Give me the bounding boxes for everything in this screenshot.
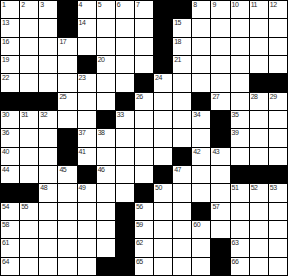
grid-cell[interactable]	[116, 184, 134, 201]
grid-cell[interactable]	[39, 258, 57, 275]
clue-number: 48	[40, 184, 47, 192]
clue-number: 61	[2, 239, 9, 247]
grid-cell[interactable]	[173, 129, 191, 146]
grid-cell[interactable]	[135, 19, 153, 36]
grid-cell[interactable]: 25	[58, 93, 76, 110]
clue-number: 26	[136, 93, 143, 101]
black-cell	[154, 1, 172, 18]
black-cell	[211, 129, 229, 146]
black-cell	[78, 56, 96, 73]
grid-cell[interactable]: 65	[135, 258, 153, 275]
grid-cell[interactable]	[269, 221, 287, 238]
grid-cell[interactable]	[173, 258, 191, 275]
clue-number: 47	[174, 166, 181, 174]
black-cell	[116, 93, 134, 110]
grid-cell[interactable]: 24	[154, 74, 172, 91]
clue-number: 19	[2, 56, 9, 64]
clue-number: 33	[117, 111, 124, 119]
grid-cell[interactable]: 53	[269, 184, 287, 201]
grid-cell[interactable]	[20, 166, 38, 183]
grid-cell[interactable]: 34	[192, 111, 210, 128]
grid-cell[interactable]	[192, 56, 210, 73]
black-cell	[211, 258, 229, 275]
clue-number: 46	[98, 166, 105, 174]
clue-number: 7	[136, 1, 139, 9]
grid-cell[interactable]	[154, 239, 172, 256]
grid-cell[interactable]	[20, 148, 38, 165]
grid-cell[interactable]	[116, 166, 134, 183]
clue-number: 32	[40, 111, 47, 119]
grid-cell[interactable]: 5	[97, 1, 115, 18]
clue-number: 39	[232, 129, 239, 137]
clue-number: 58	[2, 221, 9, 229]
grid-cell[interactable]	[231, 203, 249, 220]
grid-cell[interactable]	[231, 74, 249, 91]
grid-cell[interactable]	[97, 74, 115, 91]
grid-cell[interactable]: 43	[211, 148, 229, 165]
clue-number: 29	[270, 93, 277, 101]
grid-cell[interactable]: 10	[231, 1, 249, 18]
grid-cell[interactable]	[116, 148, 134, 165]
grid-cell[interactable]	[173, 93, 191, 110]
grid-cell[interactable]	[78, 111, 96, 128]
clue-number: 53	[270, 184, 277, 192]
grid-cell[interactable]	[250, 129, 268, 146]
grid-cell[interactable]: 40	[1, 148, 19, 165]
black-cell	[211, 239, 229, 256]
black-cell	[20, 184, 38, 201]
clue-number: 14	[79, 19, 86, 27]
grid-cell[interactable]	[135, 111, 153, 128]
clue-number: 34	[193, 111, 200, 119]
grid-cell[interactable]: 62	[135, 239, 153, 256]
grid-cell[interactable]	[192, 239, 210, 256]
black-cell	[58, 19, 76, 36]
grid-cell[interactable]	[154, 221, 172, 238]
grid-cell[interactable]	[250, 203, 268, 220]
clue-number: 20	[98, 56, 105, 64]
grid-cell[interactable]	[97, 203, 115, 220]
grid-cell[interactable]	[231, 93, 249, 110]
grid-cell[interactable]	[116, 19, 134, 36]
grid-cell[interactable]	[211, 56, 229, 73]
grid-cell[interactable]	[58, 56, 76, 73]
crossword-puzzle: 1234567891011121314151617181920212223242…	[0, 0, 288, 276]
black-cell	[135, 184, 153, 201]
grid-cell[interactable]	[192, 38, 210, 55]
grid-cell[interactable]: 35	[231, 111, 249, 128]
grid-cell[interactable]	[135, 38, 153, 55]
clue-number: 45	[59, 166, 66, 174]
grid-cell[interactable]	[211, 38, 229, 55]
clue-number: 24	[155, 74, 162, 82]
grid-cell[interactable]: 37	[78, 129, 96, 146]
black-cell	[173, 1, 191, 18]
grid-cell[interactable]	[192, 74, 210, 91]
grid-cell[interactable]: 54	[1, 203, 19, 220]
grid-cell[interactable]	[58, 239, 76, 256]
grid-cell[interactable]	[231, 56, 249, 73]
grid-cell[interactable]	[250, 148, 268, 165]
black-cell	[231, 166, 249, 183]
grid-cell[interactable]	[116, 74, 134, 91]
grid-cell[interactable]: 22	[1, 74, 19, 91]
grid-cell[interactable]	[39, 203, 57, 220]
grid-cell[interactable]	[231, 38, 249, 55]
clue-number: 50	[155, 184, 162, 192]
black-cell	[154, 56, 172, 73]
clue-number: 57	[212, 203, 219, 211]
black-cell	[116, 258, 134, 275]
black-cell	[135, 74, 153, 91]
grid-cell[interactable]	[135, 56, 153, 73]
grid-cell[interactable]: 48	[39, 184, 57, 201]
grid-cell[interactable]	[173, 221, 191, 238]
grid-cell[interactable]	[78, 221, 96, 238]
clue-number: 11	[251, 1, 257, 9]
black-cell	[58, 148, 76, 165]
grid-cell[interactable]	[78, 239, 96, 256]
grid-cell[interactable]	[211, 74, 229, 91]
black-cell	[97, 258, 115, 275]
grid-cell[interactable]: 42	[192, 148, 210, 165]
grid-cell[interactable]: 61	[1, 239, 19, 256]
grid-cell[interactable]	[250, 221, 268, 238]
grid-cell[interactable]	[192, 258, 210, 275]
black-cell	[58, 129, 76, 146]
clue-number: 41	[79, 148, 86, 156]
grid-cell[interactable]	[20, 56, 38, 73]
grid-cell[interactable]	[116, 56, 134, 73]
black-cell	[78, 166, 96, 183]
grid-cell[interactable]	[269, 148, 287, 165]
clue-number: 44	[2, 166, 9, 174]
grid-cell[interactable]: 56	[135, 203, 153, 220]
grid-cell[interactable]	[97, 239, 115, 256]
black-cell	[250, 74, 268, 91]
grid-cell[interactable]: 58	[1, 221, 19, 238]
clue-number: 59	[136, 221, 143, 229]
grid-cell[interactable]: 16	[1, 38, 19, 55]
clue-number: 4	[79, 1, 82, 9]
grid-cell[interactable]: 13	[1, 19, 19, 36]
grid-cell[interactable]	[39, 74, 57, 91]
clue-number: 25	[59, 93, 66, 101]
grid-cell[interactable]	[154, 148, 172, 165]
clue-number: 17	[59, 38, 66, 46]
clue-number: 5	[98, 1, 101, 9]
grid-cell[interactable]: 41	[78, 148, 96, 165]
grid-cell[interactable]	[39, 56, 57, 73]
grid-cell[interactable]: 51	[231, 184, 249, 201]
clue-number: 16	[2, 38, 9, 46]
grid-cell[interactable]	[58, 111, 76, 128]
grid-cell[interactable]: 46	[97, 166, 115, 183]
grid-cell[interactable]	[58, 258, 76, 275]
grid-cell[interactable]	[20, 38, 38, 55]
black-cell	[173, 148, 191, 165]
grid-cell[interactable]: 44	[1, 166, 19, 183]
clue-number: 3	[40, 1, 43, 9]
grid-cell[interactable]	[20, 258, 38, 275]
grid-cell[interactable]	[97, 184, 115, 201]
grid-cell[interactable]	[154, 93, 172, 110]
grid-cell[interactable]	[20, 74, 38, 91]
clue-number: 55	[21, 203, 28, 211]
grid-cell[interactable]: 59	[135, 221, 153, 238]
black-cell	[97, 111, 115, 128]
grid-cell[interactable]: 55	[20, 203, 38, 220]
grid-cell[interactable]: 3	[39, 1, 57, 18]
clue-number: 21	[174, 56, 181, 64]
grid-cell[interactable]	[116, 38, 134, 55]
grid-cell[interactable]: 36	[1, 129, 19, 146]
grid-cell[interactable]	[250, 258, 268, 275]
grid-cell[interactable]	[231, 19, 249, 36]
grid-cell[interactable]	[269, 239, 287, 256]
grid-cell[interactable]: 4	[78, 1, 96, 18]
clue-number: 23	[79, 74, 86, 82]
grid-cell[interactable]	[250, 239, 268, 256]
grid-cell[interactable]	[269, 56, 287, 73]
grid-cell[interactable]	[58, 203, 76, 220]
black-cell	[116, 221, 134, 238]
black-cell	[269, 74, 287, 91]
grid-cell[interactable]	[116, 129, 134, 146]
clue-number: 28	[251, 93, 258, 101]
grid-cell[interactable]: 15	[173, 19, 191, 36]
clue-number: 64	[2, 258, 9, 266]
grid-cell[interactable]	[97, 38, 115, 55]
black-cell	[116, 239, 134, 256]
grid-cell[interactable]	[39, 148, 57, 165]
grid-cell[interactable]: 66	[231, 258, 249, 275]
clue-number: 13	[2, 19, 9, 27]
grid-cell[interactable]: 28	[250, 93, 268, 110]
grid-cell[interactable]	[20, 129, 38, 146]
clue-number: 60	[193, 221, 200, 229]
grid-cell[interactable]: 50	[154, 184, 172, 201]
grid-cell[interactable]	[211, 19, 229, 36]
black-cell	[154, 38, 172, 55]
grid-cell[interactable]: 11	[250, 1, 268, 18]
clue-number: 37	[79, 129, 86, 137]
grid-cell[interactable]	[154, 111, 172, 128]
grid-cell[interactable]: 7	[135, 1, 153, 18]
grid-cell[interactable]	[78, 38, 96, 55]
black-cell	[116, 203, 134, 220]
clue-number: 27	[212, 93, 219, 101]
grid-cell[interactable]	[211, 166, 229, 183]
grid-cell[interactable]	[250, 38, 268, 55]
grid-cell[interactable]	[269, 203, 287, 220]
grid-cell[interactable]	[58, 184, 76, 201]
grid-cell[interactable]	[192, 19, 210, 36]
clue-number: 66	[232, 258, 239, 266]
clue-number: 10	[232, 1, 239, 9]
grid-cell[interactable]	[211, 221, 229, 238]
black-cell	[211, 111, 229, 128]
black-cell	[269, 166, 287, 183]
grid-cell[interactable]: 31	[20, 111, 38, 128]
grid-cell[interactable]	[78, 93, 96, 110]
grid-cell[interactable]: 18	[173, 38, 191, 55]
clue-number: 22	[2, 74, 9, 82]
grid-cell[interactable]	[269, 129, 287, 146]
grid-cell[interactable]	[20, 19, 38, 36]
grid-cell[interactable]	[173, 74, 191, 91]
grid-cell[interactable]	[97, 221, 115, 238]
black-cell	[20, 93, 38, 110]
grid-cell[interactable]: 32	[39, 111, 57, 128]
grid-cell[interactable]	[78, 203, 96, 220]
grid-cell[interactable]: 49	[78, 184, 96, 201]
grid-cell[interactable]: 52	[250, 184, 268, 201]
clue-number: 15	[174, 19, 181, 27]
grid-cell[interactable]	[20, 221, 38, 238]
black-cell	[192, 203, 210, 220]
grid-cell[interactable]: 12	[269, 1, 287, 18]
grid-cell[interactable]	[192, 184, 210, 201]
grid-cell[interactable]: 60	[192, 221, 210, 238]
clue-number: 56	[136, 203, 143, 211]
grid-cell[interactable]	[135, 166, 153, 183]
grid-cell[interactable]	[154, 258, 172, 275]
grid-cell[interactable]: 19	[1, 56, 19, 73]
grid-cell[interactable]	[211, 184, 229, 201]
grid-cell[interactable]: 27	[211, 93, 229, 110]
grid-cell[interactable]	[135, 129, 153, 146]
grid-cell[interactable]: 30	[1, 111, 19, 128]
clue-number: 2	[21, 1, 24, 9]
clue-number: 30	[2, 111, 9, 119]
black-cell	[154, 19, 172, 36]
clue-number: 36	[2, 129, 9, 137]
grid-cell[interactable]	[154, 129, 172, 146]
clue-number: 1	[2, 1, 5, 9]
grid-cell[interactable]	[39, 221, 57, 238]
grid-cell[interactable]	[97, 19, 115, 36]
clue-number: 9	[212, 1, 215, 9]
grid-cell[interactable]	[231, 221, 249, 238]
grid-cell[interactable]: 9	[211, 1, 229, 18]
grid-cell[interactable]	[78, 258, 96, 275]
grid-cell[interactable]	[39, 166, 57, 183]
grid-cell[interactable]: 45	[58, 166, 76, 183]
clue-number: 40	[2, 148, 9, 156]
grid-cell[interactable]	[250, 19, 268, 36]
grid-cell[interactable]	[58, 74, 76, 91]
grid-cell[interactable]	[39, 38, 57, 55]
grid-cell[interactable]	[135, 148, 153, 165]
grid-cell[interactable]: 17	[58, 38, 76, 55]
grid-cell[interactable]: 29	[269, 93, 287, 110]
clue-number: 42	[193, 148, 200, 156]
clue-number: 38	[98, 129, 105, 137]
grid-cell[interactable]	[154, 203, 172, 220]
grid-cell[interactable]: 33	[116, 111, 134, 128]
clue-number: 8	[193, 1, 196, 9]
grid-cell[interactable]: 2	[20, 1, 38, 18]
grid-cell[interactable]: 39	[231, 129, 249, 146]
grid-cell[interactable]	[250, 111, 268, 128]
clue-number: 31	[21, 111, 28, 119]
grid-cell[interactable]: 63	[231, 239, 249, 256]
black-cell	[154, 166, 172, 183]
grid-cell[interactable]	[173, 203, 191, 220]
grid-cell[interactable]	[173, 239, 191, 256]
grid-cell[interactable]	[97, 93, 115, 110]
grid-cell[interactable]: 21	[173, 56, 191, 73]
grid-cell[interactable]: 38	[97, 129, 115, 146]
clue-number: 52	[251, 184, 258, 192]
grid-cell[interactable]	[269, 19, 287, 36]
clue-number: 49	[79, 184, 86, 192]
black-cell	[192, 93, 210, 110]
grid-cell[interactable]	[192, 166, 210, 183]
grid-cell[interactable]	[269, 258, 287, 275]
black-cell	[1, 93, 19, 110]
grid-cell[interactable]: 20	[97, 56, 115, 73]
grid-cell[interactable]	[173, 184, 191, 201]
clue-number: 18	[174, 38, 181, 46]
clue-number: 6	[117, 1, 120, 9]
black-cell	[39, 93, 57, 110]
grid-cell[interactable]	[20, 239, 38, 256]
grid-cell[interactable]: 57	[211, 203, 229, 220]
clue-number: 62	[136, 239, 143, 247]
grid-cell[interactable]: 26	[135, 93, 153, 110]
grid-cell[interactable]	[39, 19, 57, 36]
grid-cell[interactable]: 47	[173, 166, 191, 183]
grid-cell[interactable]	[269, 111, 287, 128]
grid-cell[interactable]: 6	[116, 1, 134, 18]
grid-cell[interactable]	[39, 129, 57, 146]
grid-cell[interactable]	[58, 221, 76, 238]
black-cell	[250, 166, 268, 183]
grid-cell[interactable]	[97, 148, 115, 165]
clue-number: 35	[232, 111, 239, 119]
clue-number: 51	[232, 184, 239, 192]
grid-cell[interactable]: 1	[1, 1, 19, 18]
black-cell	[58, 1, 76, 18]
grid-cell[interactable]	[173, 111, 191, 128]
grid-cell[interactable]: 8	[192, 1, 210, 18]
grid-cell[interactable]: 23	[78, 74, 96, 91]
grid-cell[interactable]: 64	[1, 258, 19, 275]
crossword-grid: 1234567891011121314151617181920212223242…	[0, 0, 288, 276]
clue-number: 63	[232, 239, 239, 247]
grid-cell[interactable]	[39, 239, 57, 256]
grid-cell[interactable]	[250, 56, 268, 73]
grid-cell[interactable]	[231, 148, 249, 165]
grid-cell[interactable]	[269, 38, 287, 55]
clue-number: 54	[2, 203, 9, 211]
clue-number: 12	[270, 1, 277, 9]
black-cell	[1, 184, 19, 201]
grid-cell[interactable]: 14	[78, 19, 96, 36]
clue-number: 65	[136, 258, 143, 266]
clue-number: 43	[212, 148, 219, 156]
grid-cell[interactable]	[192, 129, 210, 146]
